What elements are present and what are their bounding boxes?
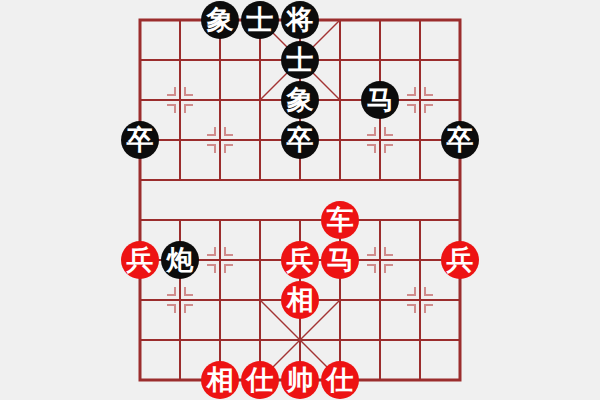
piece-glyph: 象 [287, 86, 314, 113]
piece-glyph: 卒 [447, 126, 474, 153]
piece-red-advisor[interactable]: 仕 [241, 361, 279, 399]
piece-red-pawn[interactable]: 兵 [121, 241, 159, 279]
piece-glyph: 士 [247, 6, 274, 33]
piece-red-chariot[interactable]: 车 [321, 201, 359, 239]
piece-glyph: 马 [327, 246, 354, 273]
piece-red-elephant[interactable]: 相 [281, 281, 319, 319]
piece-glyph: 车 [327, 206, 354, 233]
piece-glyph: 兵 [127, 246, 154, 273]
piece-black-pawn[interactable]: 卒 [121, 121, 159, 159]
piece-red-pawn[interactable]: 兵 [281, 241, 319, 279]
piece-black-king[interactable]: 将 [281, 1, 319, 39]
piece-black-elephant[interactable]: 象 [201, 1, 239, 39]
piece-glyph: 马 [367, 86, 394, 113]
piece-black-cannon[interactable]: 炮 [161, 241, 199, 279]
piece-black-pawn[interactable]: 卒 [281, 121, 319, 159]
piece-glyph: 仕 [327, 366, 354, 393]
xiangqi-board: 象士将士象马卒卒卒炮车兵兵马兵相相仕帅仕 [0, 0, 600, 400]
pieces-layer: 象士将士象马卒卒卒炮车兵兵马兵相相仕帅仕 [120, 0, 480, 400]
piece-black-horse[interactable]: 马 [361, 81, 399, 119]
piece-glyph: 象 [207, 6, 234, 33]
piece-glyph: 士 [287, 46, 314, 73]
piece-glyph: 卒 [127, 126, 154, 153]
piece-glyph: 卒 [287, 126, 314, 153]
piece-red-advisor[interactable]: 仕 [321, 361, 359, 399]
piece-glyph: 兵 [287, 246, 314, 273]
piece-black-pawn[interactable]: 卒 [441, 121, 479, 159]
piece-glyph: 兵 [447, 246, 474, 273]
piece-black-elephant[interactable]: 象 [281, 81, 319, 119]
piece-glyph: 仕 [247, 366, 274, 393]
piece-red-elephant[interactable]: 相 [201, 361, 239, 399]
piece-red-horse[interactable]: 马 [321, 241, 359, 279]
piece-glyph: 炮 [167, 246, 194, 273]
piece-black-advisor[interactable]: 士 [241, 1, 279, 39]
piece-glyph: 将 [287, 6, 314, 33]
piece-glyph: 帅 [287, 366, 314, 393]
piece-red-pawn[interactable]: 兵 [441, 241, 479, 279]
piece-black-advisor[interactable]: 士 [281, 41, 319, 79]
piece-glyph: 相 [287, 286, 314, 313]
piece-red-king[interactable]: 帅 [281, 361, 319, 399]
piece-glyph: 相 [207, 366, 234, 393]
